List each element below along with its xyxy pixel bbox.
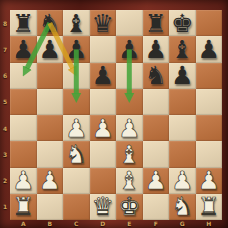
black-pawn-a7[interactable]: ♟ xyxy=(10,36,37,62)
square-d1[interactable]: ♛ xyxy=(90,194,117,220)
square-h8[interactable] xyxy=(196,10,223,36)
square-e2[interactable]: ♝ xyxy=(116,168,143,194)
black-pawn-e7[interactable]: ♟ xyxy=(116,36,143,62)
square-b4[interactable] xyxy=(37,115,64,141)
square-f7[interactable]: ♟ xyxy=(143,36,170,62)
square-d4[interactable]: ♟ xyxy=(90,115,117,141)
white-bishop-e2[interactable]: ♝ xyxy=(116,168,143,194)
square-g4[interactable] xyxy=(169,115,196,141)
square-e4[interactable]: ♟ xyxy=(116,115,143,141)
square-h3[interactable] xyxy=(196,141,223,167)
square-c4[interactable]: ♟ xyxy=(63,115,90,141)
black-rook-f8[interactable]: ♜ xyxy=(143,10,170,36)
square-c1[interactable] xyxy=(63,194,90,220)
board-frame: ♜♞♝♛♜♚♟♟♟♟♟♝♟♟♞♟♟♟♟♞♝♟♟♝♟♟♟♜♛♚♞♜ 8765432… xyxy=(0,0,228,228)
square-g7[interactable]: ♝ xyxy=(169,36,196,62)
rank-label-7: 7 xyxy=(0,36,10,62)
square-c3[interactable]: ♞ xyxy=(63,141,90,167)
square-b5[interactable] xyxy=(37,89,64,115)
white-bishop-e3[interactable]: ♝ xyxy=(116,141,143,167)
file-label-h: H xyxy=(196,219,223,228)
square-h1[interactable]: ♜ xyxy=(196,194,223,220)
square-b8[interactable]: ♞ xyxy=(37,10,64,36)
white-pawn-h2[interactable]: ♟ xyxy=(196,168,223,194)
square-g6[interactable]: ♟ xyxy=(169,63,196,89)
square-f2[interactable]: ♟ xyxy=(143,168,170,194)
white-rook-h1[interactable]: ♜ xyxy=(196,194,223,220)
square-a3[interactable] xyxy=(10,141,37,167)
black-bishop-c8[interactable]: ♝ xyxy=(63,10,90,36)
square-a1[interactable]: ♜ xyxy=(10,194,37,220)
square-b7[interactable]: ♟ xyxy=(37,36,64,62)
file-label-a: A xyxy=(10,219,37,228)
square-c7[interactable]: ♟ xyxy=(63,36,90,62)
chess-board: ♜♞♝♛♜♚♟♟♟♟♟♝♟♟♞♟♟♟♟♞♝♟♟♝♟♟♟♜♛♚♞♜ xyxy=(10,10,222,220)
black-pawn-d6[interactable]: ♟ xyxy=(90,63,117,89)
square-c5[interactable] xyxy=(63,89,90,115)
rank-label-4: 4 xyxy=(0,115,10,141)
black-pawn-h7[interactable]: ♟ xyxy=(196,36,223,62)
rank-label-8: 8 xyxy=(0,10,10,36)
square-f5[interactable] xyxy=(143,89,170,115)
square-f8[interactable]: ♜ xyxy=(143,10,170,36)
black-knight-f6[interactable]: ♞ xyxy=(143,63,170,89)
white-pawn-f2[interactable]: ♟ xyxy=(143,168,170,194)
file-label-e: E xyxy=(116,219,143,228)
black-pawn-b7[interactable]: ♟ xyxy=(37,36,64,62)
square-e5[interactable] xyxy=(116,89,143,115)
rank-label-3: 3 xyxy=(0,141,10,167)
square-b3[interactable] xyxy=(37,141,64,167)
white-queen-d1[interactable]: ♛ xyxy=(90,194,117,220)
square-c6[interactable] xyxy=(63,63,90,89)
square-a2[interactable]: ♟ xyxy=(10,168,37,194)
square-d7[interactable] xyxy=(90,36,117,62)
square-d3[interactable] xyxy=(90,141,117,167)
white-knight-c3[interactable]: ♞ xyxy=(63,141,90,167)
white-pawn-a2[interactable]: ♟ xyxy=(10,168,37,194)
file-label-f: F xyxy=(143,219,170,228)
square-c2[interactable] xyxy=(63,168,90,194)
square-h7[interactable]: ♟ xyxy=(196,36,223,62)
square-b2[interactable]: ♟ xyxy=(37,168,64,194)
black-bishop-g7[interactable]: ♝ xyxy=(169,36,196,62)
white-pawn-g2[interactable]: ♟ xyxy=(169,168,196,194)
black-pawn-c7[interactable]: ♟ xyxy=(63,36,90,62)
file-label-b: B xyxy=(37,219,64,228)
square-a8[interactable]: ♜ xyxy=(10,10,37,36)
square-a7[interactable]: ♟ xyxy=(10,36,37,62)
rank-label-1: 1 xyxy=(0,194,10,220)
black-rook-a8[interactable]: ♜ xyxy=(10,10,37,36)
square-d5[interactable] xyxy=(90,89,117,115)
white-pawn-b2[interactable]: ♟ xyxy=(37,168,64,194)
square-e8[interactable] xyxy=(116,10,143,36)
square-b1[interactable] xyxy=(37,194,64,220)
white-knight-g1[interactable]: ♞ xyxy=(169,194,196,220)
square-d6[interactable]: ♟ xyxy=(90,63,117,89)
square-g3[interactable] xyxy=(169,141,196,167)
square-d2[interactable] xyxy=(90,168,117,194)
square-h2[interactable]: ♟ xyxy=(196,168,223,194)
square-g8[interactable]: ♚ xyxy=(169,10,196,36)
file-label-c: C xyxy=(63,219,90,228)
square-a4[interactable] xyxy=(10,115,37,141)
white-pawn-d4[interactable]: ♟ xyxy=(90,115,117,141)
square-c8[interactable]: ♝ xyxy=(63,10,90,36)
rank-label-5: 5 xyxy=(0,89,10,115)
white-pawn-e4[interactable]: ♟ xyxy=(116,115,143,141)
black-knight-b8[interactable]: ♞ xyxy=(37,10,64,36)
black-queen-d8[interactable]: ♛ xyxy=(90,10,117,36)
square-g1[interactable]: ♞ xyxy=(169,194,196,220)
square-a5[interactable] xyxy=(10,89,37,115)
square-e1[interactable]: ♚ xyxy=(116,194,143,220)
square-h6[interactable] xyxy=(196,63,223,89)
white-rook-a1[interactable]: ♜ xyxy=(10,194,37,220)
square-h5[interactable] xyxy=(196,89,223,115)
black-king-g8[interactable]: ♚ xyxy=(169,10,196,36)
square-g2[interactable]: ♟ xyxy=(169,168,196,194)
square-g5[interactable] xyxy=(169,89,196,115)
black-pawn-g6[interactable]: ♟ xyxy=(169,63,196,89)
square-h4[interactable] xyxy=(196,115,223,141)
square-b6[interactable] xyxy=(37,63,64,89)
square-e7[interactable]: ♟ xyxy=(116,36,143,62)
square-f6[interactable]: ♞ xyxy=(143,63,170,89)
black-pawn-f7[interactable]: ♟ xyxy=(143,36,170,62)
rank-label-6: 6 xyxy=(0,63,10,89)
square-f4[interactable] xyxy=(143,115,170,141)
file-label-d: D xyxy=(90,219,117,228)
square-e6[interactable] xyxy=(116,63,143,89)
square-d8[interactable]: ♛ xyxy=(90,10,117,36)
square-e3[interactable]: ♝ xyxy=(116,141,143,167)
white-pawn-c4[interactable]: ♟ xyxy=(63,115,90,141)
rank-label-2: 2 xyxy=(0,168,10,194)
square-f1[interactable] xyxy=(143,194,170,220)
file-label-g: G xyxy=(169,219,196,228)
square-f3[interactable] xyxy=(143,141,170,167)
white-king-e1[interactable]: ♚ xyxy=(116,194,143,220)
square-a6[interactable] xyxy=(10,63,37,89)
